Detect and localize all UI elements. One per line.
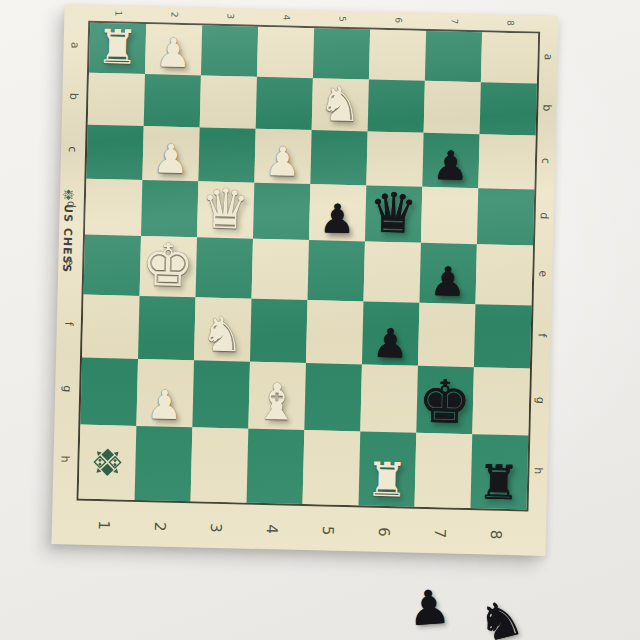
table-surface: 12345678 US CHESS abcdefgh ♜♟♞♟♟♟♛♟♛♚♟♞♟… — [0, 0, 640, 640]
chess-mat: 12345678 US CHESS abcdefgh ♜♟♞♟♟♟♛♟♛♚♟♞♟… — [51, 4, 558, 556]
square-a4[interactable] — [257, 27, 314, 78]
square-h7[interactable] — [414, 433, 472, 508]
square-g2[interactable]: ♟ — [136, 359, 194, 427]
captured-black-knight: ♞ — [472, 587, 530, 640]
coord-label-8: 8 — [473, 506, 522, 563]
border-bottom-rank-labels: 12345678 — [77, 501, 546, 560]
square-c6[interactable] — [366, 131, 423, 186]
black-queen-d6[interactable]: ♛ — [368, 186, 419, 239]
square-d5[interactable]: ♟ — [309, 184, 366, 241]
square-g6[interactable] — [360, 364, 418, 432]
us-chess-diamond-logo — [90, 445, 125, 480]
square-g5[interactable] — [304, 363, 362, 431]
white-rook-a1[interactable]: ♜ — [96, 25, 139, 71]
coord-label-e: e — [513, 264, 573, 284]
square-d3[interactable]: ♛ — [197, 181, 254, 238]
coord-label-a: a — [523, 47, 573, 66]
square-b7[interactable] — [423, 81, 480, 134]
square-a3[interactable] — [201, 25, 258, 76]
square-g1[interactable] — [80, 358, 138, 426]
square-e2[interactable]: ♚ — [139, 236, 196, 297]
square-c3[interactable] — [198, 127, 255, 182]
square-a2[interactable]: ♟ — [145, 24, 202, 75]
square-e6[interactable] — [363, 241, 420, 302]
square-e4[interactable] — [251, 239, 308, 300]
square-f4[interactable] — [250, 299, 308, 363]
square-b2[interactable] — [143, 74, 200, 127]
square-b1[interactable] — [87, 73, 144, 126]
square-e7[interactable]: ♟ — [419, 243, 476, 304]
black-pawn-c7[interactable]: ♟ — [432, 146, 469, 185]
square-h6[interactable]: ♜ — [358, 431, 416, 506]
black-king-g7[interactable]: ♚ — [418, 374, 472, 431]
coord-label-7: 7 — [417, 505, 466, 562]
square-d1[interactable] — [85, 179, 142, 236]
square-h2[interactable] — [134, 426, 192, 501]
square-f2[interactable] — [138, 296, 196, 360]
black-rook-h8[interactable]: ♜ — [477, 461, 520, 507]
white-pawn-c4[interactable]: ♟ — [264, 142, 301, 181]
square-h5[interactable] — [302, 430, 360, 505]
white-knight-b5[interactable]: ♞ — [318, 82, 362, 129]
square-f6[interactable]: ♟ — [362, 301, 420, 365]
square-d4[interactable] — [253, 183, 310, 240]
square-c1[interactable] — [86, 125, 143, 180]
square-c5[interactable] — [310, 130, 367, 185]
square-f3[interactable]: ♞ — [194, 297, 252, 361]
square-e1[interactable] — [83, 235, 140, 296]
coord-label-4: 4 — [249, 501, 298, 558]
square-h8[interactable]: ♜ — [470, 434, 528, 509]
white-pawn-g2[interactable]: ♟ — [146, 385, 183, 424]
square-e3[interactable] — [195, 237, 252, 298]
white-rook-h6[interactable]: ♜ — [365, 458, 408, 504]
coord-label-g: g — [506, 390, 573, 410]
square-h3[interactable] — [190, 427, 248, 502]
square-f7[interactable] — [418, 303, 476, 367]
coord-label-1: 1 — [81, 497, 130, 554]
coord-label-f: f — [510, 325, 573, 345]
white-knight-f3[interactable]: ♞ — [200, 312, 244, 359]
square-c7[interactable]: ♟ — [422, 133, 479, 188]
coord-label-3: 3 — [193, 499, 242, 556]
white-queen-d3[interactable]: ♛ — [200, 182, 251, 235]
square-f1[interactable] — [82, 295, 140, 359]
square-g7[interactable]: ♚ — [416, 366, 474, 434]
square-g4[interactable]: ♝ — [248, 362, 306, 430]
white-pawn-a2[interactable]: ♟ — [155, 33, 192, 72]
square-g3[interactable] — [192, 360, 250, 428]
coord-label-5: 5 — [305, 502, 354, 559]
border-right-file-labels: abcdefgh — [528, 32, 558, 512]
coord-label-d: d — [516, 206, 572, 226]
white-king-e2[interactable]: ♚ — [141, 237, 195, 294]
white-bishop-g4[interactable]: ♝ — [254, 378, 300, 427]
square-d2[interactable] — [141, 180, 198, 237]
coord-label-2: 2 — [137, 498, 186, 555]
coord-label-b: b — [521, 98, 573, 118]
square-c4[interactable]: ♟ — [254, 129, 311, 184]
square-f5[interactable] — [306, 300, 364, 364]
square-a1[interactable]: ♜ — [89, 23, 146, 74]
white-pawn-c2[interactable]: ♟ — [152, 139, 189, 178]
square-h1[interactable] — [78, 425, 136, 500]
square-h4[interactable] — [246, 429, 304, 504]
square-a6[interactable] — [369, 30, 426, 81]
coord-label-6: 6 — [361, 503, 410, 560]
board-grid: ♜♟♞♟♟♟♛♟♛♚♟♞♟♟♝♚ ♜♜ — [76, 21, 540, 512]
square-d7[interactable] — [421, 187, 478, 244]
square-b4[interactable] — [255, 77, 312, 130]
square-e5[interactable] — [307, 240, 364, 301]
square-b3[interactable] — [199, 75, 256, 128]
black-pawn-f6[interactable]: ♟ — [372, 324, 409, 363]
black-pawn-d5[interactable]: ♟ — [319, 199, 356, 238]
coord-label-c: c — [519, 151, 573, 171]
square-b6[interactable] — [367, 79, 424, 132]
square-d6[interactable]: ♛ — [365, 185, 422, 242]
black-pawn-e7[interactable]: ♟ — [429, 262, 466, 301]
square-a7[interactable] — [425, 31, 482, 82]
square-b5[interactable]: ♞ — [311, 78, 368, 131]
square-c2[interactable]: ♟ — [142, 126, 199, 181]
square-a5[interactable] — [313, 28, 370, 79]
captured-black-pawn: ♟ — [406, 579, 452, 637]
